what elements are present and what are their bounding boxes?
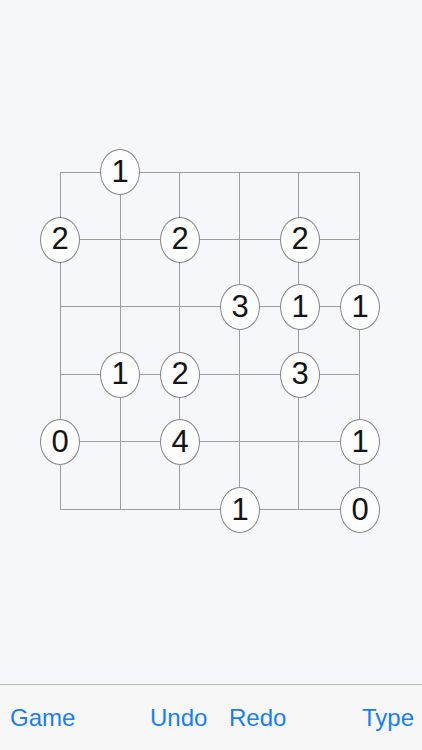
- game-button[interactable]: Game: [10, 685, 75, 750]
- clue-circle: 1: [340, 419, 380, 465]
- clue-circle: 3: [280, 352, 320, 398]
- clue-circle: 2: [160, 352, 200, 398]
- redo-button[interactable]: Redo: [229, 685, 286, 750]
- app-screen: 122231112304110 Game Undo Redo Type: [0, 0, 422, 750]
- clue-circle: 2: [40, 217, 80, 263]
- undo-button[interactable]: Undo: [150, 685, 207, 750]
- type-button[interactable]: Type: [362, 685, 414, 750]
- slant-puzzle-board: 122231112304110: [60, 172, 360, 510]
- clue-circle: 1: [100, 352, 140, 398]
- clue-circle: 0: [340, 487, 380, 533]
- clue-circle: 2: [280, 217, 320, 263]
- clue-circle: 1: [100, 149, 140, 195]
- clue-circle: 1: [220, 487, 260, 533]
- board-grid: [60, 172, 360, 510]
- clue-circle: 1: [340, 284, 380, 330]
- clue-circle: 2: [160, 217, 200, 263]
- clue-circle: 1: [280, 284, 320, 330]
- clue-circle: 3: [220, 284, 260, 330]
- bottom-toolbar: Game Undo Redo Type: [0, 684, 422, 750]
